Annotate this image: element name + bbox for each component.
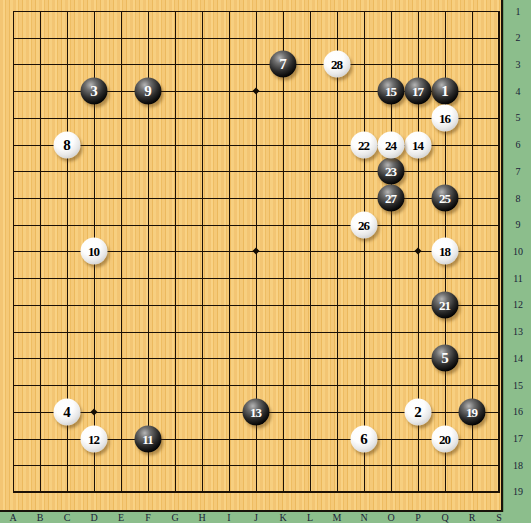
move-number: 9 xyxy=(144,84,152,99)
move-number: 8 xyxy=(63,137,71,152)
move-number: 24 xyxy=(385,138,396,151)
row-label-15: 15 xyxy=(506,380,530,391)
move-number: 1 xyxy=(441,84,449,99)
star-point xyxy=(252,248,259,255)
col-label-G: G xyxy=(165,512,185,523)
col-label-M: M xyxy=(327,512,347,523)
grid-line-vertical xyxy=(364,11,365,493)
star-point xyxy=(414,248,421,255)
row-label-6: 6 xyxy=(506,139,530,150)
row-label-10: 10 xyxy=(506,246,530,257)
col-label-I: I xyxy=(219,512,239,523)
col-label-F: F xyxy=(138,512,158,523)
col-label-H: H xyxy=(192,512,212,523)
grid-line-horizontal xyxy=(13,358,500,359)
grid-line-vertical xyxy=(283,11,284,493)
move-number: 17 xyxy=(412,85,423,98)
move-number: 13 xyxy=(250,405,261,418)
col-label-L: L xyxy=(300,512,320,523)
grid-line-horizontal xyxy=(13,278,500,279)
row-label-8: 8 xyxy=(506,193,530,204)
stone-black-9: 9 xyxy=(135,78,162,105)
stone-white-8: 8 xyxy=(54,131,81,158)
star-point xyxy=(252,88,259,95)
stone-white-26: 26 xyxy=(351,211,378,238)
stone-black-23: 23 xyxy=(378,158,405,185)
row-label-2: 2 xyxy=(506,32,530,43)
col-label-J: J xyxy=(246,512,266,523)
stone-black-21: 21 xyxy=(432,291,459,318)
col-label-R: R xyxy=(462,512,482,523)
stone-black-3: 3 xyxy=(81,78,108,105)
stone-white-4: 4 xyxy=(54,398,81,425)
move-number: 10 xyxy=(88,245,99,258)
stone-white-2: 2 xyxy=(405,398,432,425)
move-number: 23 xyxy=(385,165,396,178)
row-label-9: 9 xyxy=(506,219,530,230)
stone-white-12: 12 xyxy=(81,425,108,452)
row-label-11: 11 xyxy=(506,273,530,284)
move-number: 26 xyxy=(358,218,369,231)
row-coordinates-strip: 12345678910111213141516171819 xyxy=(503,0,531,523)
col-label-E: E xyxy=(111,512,131,523)
stone-white-22: 22 xyxy=(351,131,378,158)
col-label-K: K xyxy=(273,512,293,523)
grid-line-vertical xyxy=(337,11,338,493)
move-number: 4 xyxy=(63,404,71,419)
move-number: 25 xyxy=(439,192,450,205)
grid-line-horizontal xyxy=(13,465,500,466)
stone-white-6: 6 xyxy=(351,425,378,452)
col-label-D: D xyxy=(84,512,104,523)
stone-black-11: 11 xyxy=(135,425,162,452)
move-number: 14 xyxy=(412,138,423,151)
stone-white-20: 20 xyxy=(432,425,459,452)
grid-line-horizontal xyxy=(13,385,500,386)
stone-white-28: 28 xyxy=(324,51,351,78)
grid-line-horizontal xyxy=(13,305,500,306)
column-coordinates-strip: ABCDEFGHIJKLMNOPQRS xyxy=(0,512,531,523)
col-label-P: P xyxy=(408,512,428,523)
row-label-13: 13 xyxy=(506,326,530,337)
grid-line-vertical xyxy=(498,11,500,493)
stone-white-10: 10 xyxy=(81,238,108,265)
row-label-1: 1 xyxy=(506,6,530,17)
stone-white-24: 24 xyxy=(378,131,405,158)
move-number: 21 xyxy=(439,298,450,311)
stone-black-19: 19 xyxy=(459,398,486,425)
stone-black-25: 25 xyxy=(432,185,459,212)
go-diagram: 1234567891011121314151617181920212223242… xyxy=(0,0,531,523)
stone-black-5: 5 xyxy=(432,345,459,372)
stone-white-14: 14 xyxy=(405,131,432,158)
row-label-12: 12 xyxy=(506,299,530,310)
col-label-N: N xyxy=(354,512,374,523)
move-number: 20 xyxy=(439,432,450,445)
row-label-14: 14 xyxy=(506,353,530,364)
stone-white-16: 16 xyxy=(432,104,459,131)
move-number: 6 xyxy=(360,431,368,446)
grid-line-horizontal xyxy=(13,332,500,333)
stone-black-17: 17 xyxy=(405,78,432,105)
move-number: 18 xyxy=(439,245,450,258)
col-label-C: C xyxy=(57,512,77,523)
stone-black-13: 13 xyxy=(243,398,270,425)
row-label-18: 18 xyxy=(506,460,530,471)
row-label-17: 17 xyxy=(506,433,530,444)
move-number: 16 xyxy=(439,111,450,124)
move-number: 7 xyxy=(279,57,287,72)
go-board: 1234567891011121314151617181920212223242… xyxy=(0,0,503,512)
stone-black-1: 1 xyxy=(432,78,459,105)
stone-black-27: 27 xyxy=(378,185,405,212)
star-point xyxy=(90,408,97,415)
move-number: 27 xyxy=(385,192,396,205)
row-label-5: 5 xyxy=(506,112,530,123)
stone-black-15: 15 xyxy=(378,78,405,105)
move-number: 19 xyxy=(466,405,477,418)
col-label-A: A xyxy=(3,512,23,523)
move-number: 2 xyxy=(414,404,422,419)
move-number: 28 xyxy=(331,58,342,71)
move-number: 3 xyxy=(90,84,98,99)
col-label-Q: Q xyxy=(435,512,455,523)
stone-black-7: 7 xyxy=(270,51,297,78)
col-label-O: O xyxy=(381,512,401,523)
col-label-B: B xyxy=(30,512,50,523)
grid-line-horizontal xyxy=(13,491,500,493)
row-label-19: 19 xyxy=(506,486,530,497)
grid-line-vertical xyxy=(310,11,311,493)
row-label-7: 7 xyxy=(506,166,530,177)
stone-white-18: 18 xyxy=(432,238,459,265)
move-number: 15 xyxy=(385,85,396,98)
move-number: 22 xyxy=(358,138,369,151)
row-label-4: 4 xyxy=(506,86,530,97)
move-number: 11 xyxy=(142,432,152,445)
col-label-S: S xyxy=(489,512,509,523)
row-label-3: 3 xyxy=(506,59,530,70)
board-grid: 1234567891011121314151617181920212223242… xyxy=(13,11,500,493)
move-number: 5 xyxy=(441,351,449,366)
row-label-16: 16 xyxy=(506,406,530,417)
move-number: 12 xyxy=(88,432,99,445)
